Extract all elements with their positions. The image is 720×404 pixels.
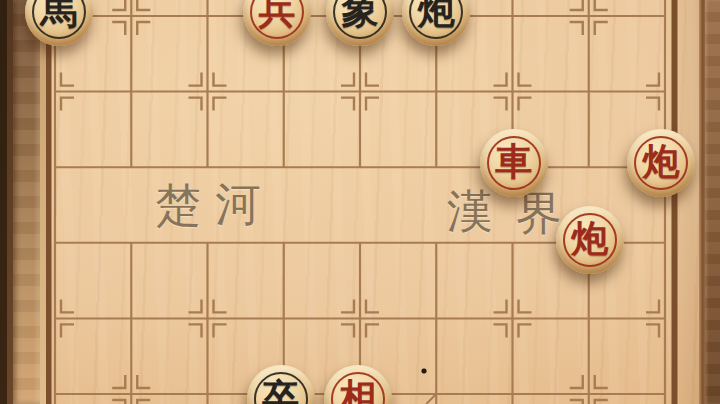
piece-glyph: 炮 <box>571 220 608 257</box>
river-label-char: 漢 <box>447 181 493 243</box>
left-frame-highlight <box>40 0 46 404</box>
piece-glyph: 兵 <box>258 0 295 29</box>
river-label-char: 楚 <box>155 175 201 237</box>
xiangqi-board: 楚河漢界 馬兵象炮車炮炮卒相 <box>0 0 720 404</box>
piece-glyph: 卒 <box>262 379 299 404</box>
piece-red-cannon[interactable]: 炮 <box>556 206 624 274</box>
river-label-char: 河 <box>215 174 261 236</box>
piece-glyph: 炮 <box>418 0 455 29</box>
piece-glyph: 炮 <box>643 143 680 180</box>
piece-glyph: 相 <box>340 379 377 404</box>
piece-red-cannon[interactable]: 炮 <box>627 129 695 197</box>
board-grid <box>0 0 720 404</box>
board-dot <box>422 369 427 374</box>
left-frame-edge <box>0 0 7 404</box>
piece-glyph: 車 <box>495 143 532 180</box>
piece-glyph: 馬 <box>41 0 78 29</box>
piece-red-chariot[interactable]: 車 <box>480 129 548 197</box>
piece-glyph: 象 <box>342 0 379 29</box>
left-frame-plank <box>13 0 40 404</box>
right-frame-plank <box>705 0 720 404</box>
